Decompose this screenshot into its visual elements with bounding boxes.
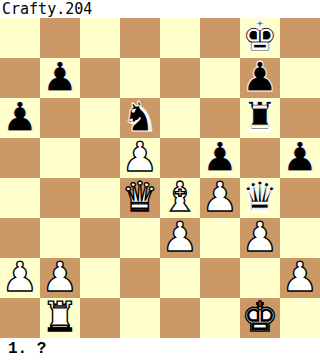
square-f7[interactable] — [200, 58, 240, 98]
square-f3[interactable] — [200, 218, 240, 258]
square-d5[interactable]: ♟ — [120, 138, 160, 178]
square-a5[interactable] — [0, 138, 40, 178]
square-b8[interactable] — [40, 18, 80, 58]
window-title: Crafty.204 — [0, 0, 320, 18]
square-c2[interactable] — [80, 258, 120, 298]
piece-black-pawn[interactable]: ♟ — [282, 138, 319, 177]
square-g1[interactable]: ♚ — [240, 298, 280, 338]
square-b5[interactable] — [40, 138, 80, 178]
square-b1[interactable]: ♜ — [40, 298, 80, 338]
square-g7[interactable]: ♟ — [240, 58, 280, 98]
square-a2[interactable]: ♟ — [0, 258, 40, 298]
square-d4[interactable]: ♛ — [120, 178, 160, 218]
square-g5[interactable] — [240, 138, 280, 178]
square-a1[interactable] — [0, 298, 40, 338]
piece-white-pawn[interactable]: ♟ — [122, 138, 159, 177]
square-b3[interactable] — [40, 218, 80, 258]
square-h4[interactable] — [280, 178, 320, 218]
piece-white-pawn[interactable]: ♟ — [202, 178, 239, 217]
square-c7[interactable] — [80, 58, 120, 98]
square-d8[interactable] — [120, 18, 160, 58]
chess-board: ♚♟♟♟♞♜♟♟♟♛♝♟♛♟♟♟♟♟♜♚ — [0, 18, 320, 338]
square-c6[interactable] — [80, 98, 120, 138]
square-g3[interactable]: ♟ — [240, 218, 280, 258]
move-prompt: 1. ? — [0, 338, 320, 360]
square-h3[interactable] — [280, 218, 320, 258]
square-d7[interactable] — [120, 58, 160, 98]
square-e1[interactable] — [160, 298, 200, 338]
chess-app-window: Crafty.204 ♚♟♟♟♞♜♟♟♟♛♝♟♛♟♟♟♟♟♜♚ 1. ? — [0, 0, 320, 360]
square-g2[interactable] — [240, 258, 280, 298]
square-a8[interactable] — [0, 18, 40, 58]
square-b4[interactable] — [40, 178, 80, 218]
piece-black-knight[interactable]: ♞ — [122, 98, 159, 137]
piece-white-bishop[interactable]: ♝ — [162, 178, 199, 217]
square-f6[interactable] — [200, 98, 240, 138]
square-e4[interactable]: ♝ — [160, 178, 200, 218]
square-h7[interactable] — [280, 58, 320, 98]
square-f8[interactable] — [200, 18, 240, 58]
piece-black-pawn[interactable]: ♟ — [242, 58, 279, 97]
square-b7[interactable]: ♟ — [40, 58, 80, 98]
piece-white-pawn[interactable]: ♟ — [42, 258, 79, 297]
square-f4[interactable]: ♟ — [200, 178, 240, 218]
square-d2[interactable] — [120, 258, 160, 298]
square-c5[interactable] — [80, 138, 120, 178]
square-c3[interactable] — [80, 218, 120, 258]
piece-white-pawn[interactable]: ♟ — [242, 218, 279, 257]
piece-black-king[interactable]: ♚ — [242, 18, 279, 57]
piece-black-rook[interactable]: ♜ — [242, 98, 279, 137]
square-h6[interactable] — [280, 98, 320, 138]
square-g8[interactable]: ♚ — [240, 18, 280, 58]
square-h5[interactable]: ♟ — [280, 138, 320, 178]
piece-white-queen[interactable]: ♛ — [122, 178, 159, 217]
piece-white-pawn[interactable]: ♟ — [2, 258, 39, 297]
square-h1[interactable] — [280, 298, 320, 338]
piece-white-rook[interactable]: ♜ — [42, 298, 79, 337]
piece-white-pawn[interactable]: ♟ — [282, 258, 319, 297]
square-e3[interactable]: ♟ — [160, 218, 200, 258]
square-a6[interactable]: ♟ — [0, 98, 40, 138]
square-c8[interactable] — [80, 18, 120, 58]
square-f2[interactable] — [200, 258, 240, 298]
square-a3[interactable] — [0, 218, 40, 258]
square-h8[interactable] — [280, 18, 320, 58]
piece-white-pawn[interactable]: ♟ — [162, 218, 199, 257]
square-a4[interactable] — [0, 178, 40, 218]
square-e2[interactable] — [160, 258, 200, 298]
square-c1[interactable] — [80, 298, 120, 338]
piece-white-king[interactable]: ♚ — [242, 298, 279, 337]
piece-black-pawn[interactable]: ♟ — [42, 58, 79, 97]
square-d6[interactable]: ♞ — [120, 98, 160, 138]
piece-black-pawn[interactable]: ♟ — [2, 98, 39, 137]
square-f5[interactable]: ♟ — [200, 138, 240, 178]
square-e7[interactable] — [160, 58, 200, 98]
piece-black-queen[interactable]: ♛ — [242, 178, 279, 217]
square-d3[interactable] — [120, 218, 160, 258]
square-d1[interactable] — [120, 298, 160, 338]
piece-black-pawn[interactable]: ♟ — [202, 138, 239, 177]
square-c4[interactable] — [80, 178, 120, 218]
square-f1[interactable] — [200, 298, 240, 338]
square-g6[interactable]: ♜ — [240, 98, 280, 138]
square-g4[interactable]: ♛ — [240, 178, 280, 218]
square-b6[interactable] — [40, 98, 80, 138]
square-h2[interactable]: ♟ — [280, 258, 320, 298]
square-e5[interactable] — [160, 138, 200, 178]
square-a7[interactable] — [0, 58, 40, 98]
square-e8[interactable] — [160, 18, 200, 58]
square-e6[interactable] — [160, 98, 200, 138]
square-b2[interactable]: ♟ — [40, 258, 80, 298]
